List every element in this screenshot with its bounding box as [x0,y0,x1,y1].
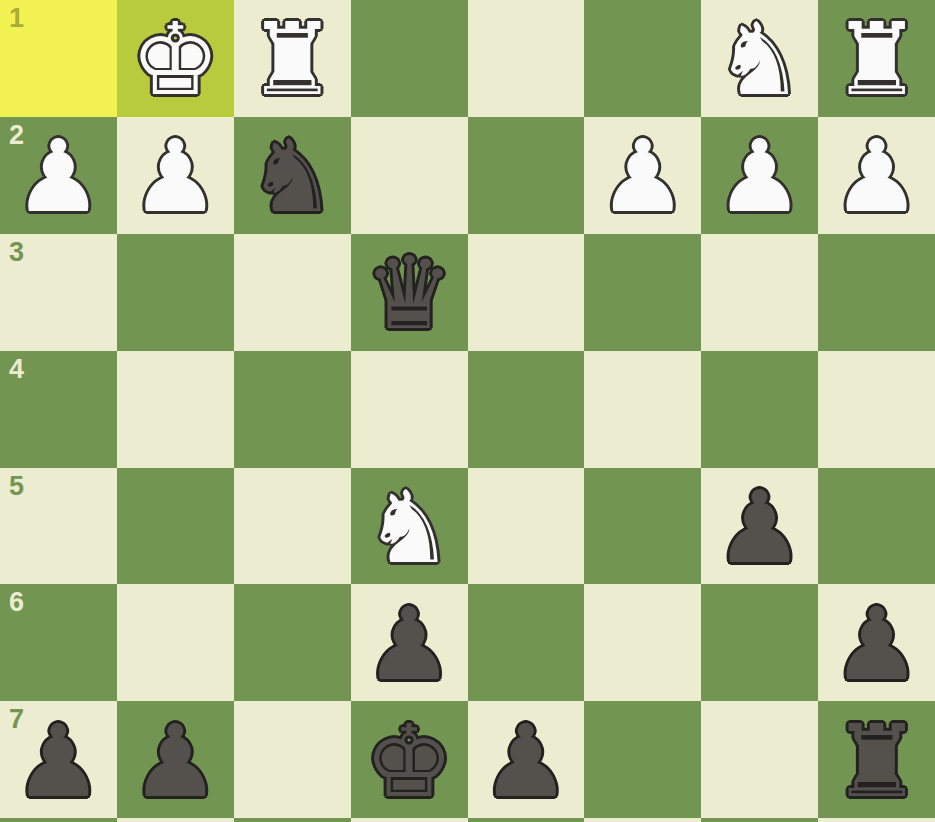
rank-label-3: 3 [9,239,24,266]
square-g3[interactable] [117,234,234,351]
square-f6[interactable] [234,584,351,701]
square-c5[interactable] [584,468,701,585]
square-a5[interactable] [818,468,935,585]
square-c8[interactable] [584,818,701,822]
square-e3[interactable]: ♛ [351,234,468,351]
rank-label-6: 6 [9,589,24,616]
square-d8[interactable] [468,818,585,822]
square-f8[interactable] [234,818,351,822]
square-g1[interactable]: ♚ [117,0,234,117]
square-e7[interactable]: ♚ [351,701,468,818]
rank-label-4: 4 [9,356,24,383]
square-e1[interactable] [351,0,468,117]
square-f3[interactable] [234,234,351,351]
square-d5[interactable] [468,468,585,585]
square-b3[interactable] [701,234,818,351]
square-b6[interactable] [701,584,818,701]
piece-black-pawn-g7[interactable]: ♟ [130,704,220,820]
piece-black-pawn-b5[interactable]: ♟ [715,470,805,586]
square-c6[interactable] [584,584,701,701]
square-e2[interactable] [351,117,468,234]
rank-label-1: 1 [9,5,24,32]
square-d3[interactable] [468,234,585,351]
square-g7[interactable]: ♟ [117,701,234,818]
square-h3[interactable]: 3 [0,234,117,351]
square-b1[interactable]: ♞ [701,0,818,117]
square-c7[interactable] [584,701,701,818]
square-b7[interactable] [701,701,818,818]
square-d2[interactable] [468,117,585,234]
square-e8[interactable] [351,818,468,822]
square-c3[interactable] [584,234,701,351]
piece-black-pawn-e6[interactable]: ♟ [364,587,454,703]
square-d7[interactable]: ♟ [468,701,585,818]
square-a4[interactable] [818,351,935,468]
square-a8[interactable] [818,818,935,822]
square-h2[interactable]: 2♟ [0,117,117,234]
piece-black-knight-f2[interactable]: ♞ [247,119,337,235]
square-f5[interactable] [234,468,351,585]
square-g2[interactable]: ♟ [117,117,234,234]
piece-black-pawn-d7[interactable]: ♟ [481,704,571,820]
square-b5[interactable]: ♟ [701,468,818,585]
square-d4[interactable] [468,351,585,468]
square-f2[interactable]: ♞ [234,117,351,234]
square-a6[interactable]: ♟ [818,584,935,701]
square-a2[interactable]: ♟ [818,117,935,234]
piece-white-pawn-b2[interactable]: ♟ [715,119,805,235]
piece-white-rook-a1[interactable]: ♜ [832,2,922,118]
piece-white-knight-e5[interactable]: ♞ [364,470,454,586]
square-h8[interactable] [0,818,117,822]
rank-label-5: 5 [9,473,24,500]
piece-black-queen-e3[interactable]: ♛ [364,236,454,352]
piece-black-pawn-h7[interactable]: ♟ [14,704,104,820]
square-e5[interactable]: ♞ [351,468,468,585]
square-h5[interactable]: 5 [0,468,117,585]
piece-white-pawn-g2[interactable]: ♟ [130,119,220,235]
piece-black-king-e7[interactable]: ♚ [364,704,454,820]
square-f1[interactable]: ♜ [234,0,351,117]
piece-white-king-g1[interactable]: ♚ [130,2,220,118]
square-h1[interactable]: 1 [0,0,117,117]
square-g4[interactable] [117,351,234,468]
square-b4[interactable] [701,351,818,468]
piece-white-pawn-c2[interactable]: ♟ [598,119,688,235]
square-f7[interactable] [234,701,351,818]
square-g8[interactable] [117,818,234,822]
square-c4[interactable] [584,351,701,468]
square-g5[interactable] [117,468,234,585]
board-grid: 1♚♜♞♜2♟♟♞♟♟♟3♛45♞♟6♟♟7♟♟♚♟♜ [0,0,935,822]
square-b2[interactable]: ♟ [701,117,818,234]
square-d6[interactable] [468,584,585,701]
square-e6[interactable]: ♟ [351,584,468,701]
square-h7[interactable]: 7♟ [0,701,117,818]
piece-black-rook-a7[interactable]: ♜ [832,704,922,820]
chessboard: 1♚♜♞♜2♟♟♞♟♟♟3♛45♞♟6♟♟7♟♟♚♟♜ [0,0,935,822]
square-h4[interactable]: 4 [0,351,117,468]
square-b8[interactable] [701,818,818,822]
piece-white-knight-b1[interactable]: ♞ [715,2,805,118]
square-a3[interactable] [818,234,935,351]
square-h6[interactable]: 6 [0,584,117,701]
square-c1[interactable] [584,0,701,117]
square-a1[interactable]: ♜ [818,0,935,117]
piece-white-rook-f1[interactable]: ♜ [247,2,337,118]
piece-white-pawn-a2[interactable]: ♟ [832,119,922,235]
square-c2[interactable]: ♟ [584,117,701,234]
square-e4[interactable] [351,351,468,468]
square-g6[interactable] [117,584,234,701]
square-d1[interactable] [468,0,585,117]
piece-black-pawn-a6[interactable]: ♟ [832,587,922,703]
square-a7[interactable]: ♜ [818,701,935,818]
piece-white-pawn-h2[interactable]: ♟ [14,119,104,235]
square-f4[interactable] [234,351,351,468]
